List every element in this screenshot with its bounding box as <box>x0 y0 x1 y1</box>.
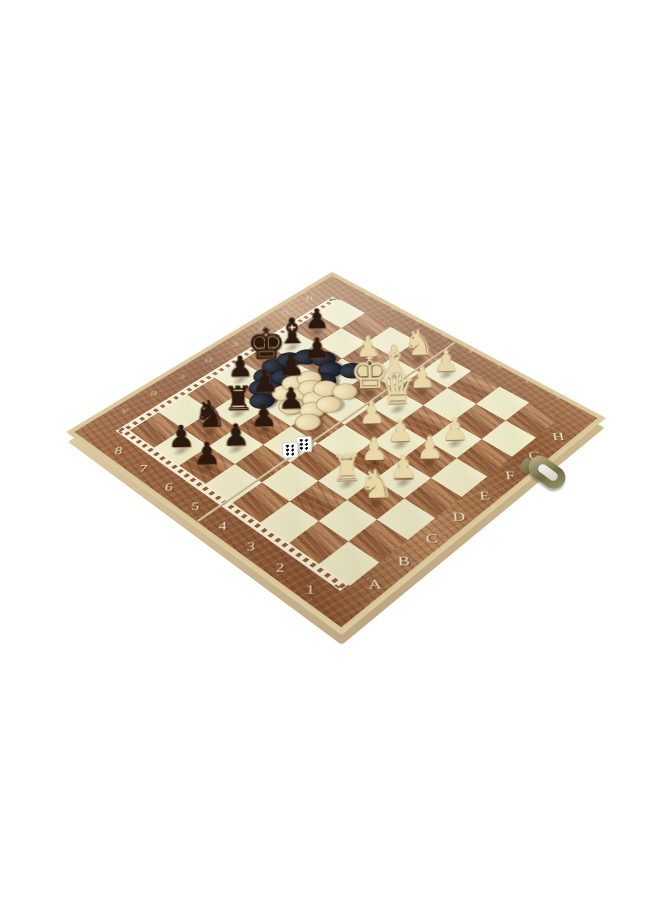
piece-light-pawn-e3: ♟ <box>386 415 414 446</box>
product-photo-stage: AABBCCDDEEFFGGHH1122334455667788 ♟♚♝♟♟♞♜… <box>0 0 660 900</box>
file-label-mirror-e: E <box>232 341 239 347</box>
rank-label-mirror-2: 2 <box>525 378 532 385</box>
piece-dark-pawn-a6: ♟ <box>193 438 222 470</box>
rank-label-mirror-1: 1 <box>554 393 561 400</box>
rank-label-mirror-6: 6 <box>415 319 421 325</box>
piece-light-pawn-f2: ♟ <box>441 413 469 444</box>
file-label-mirror-g: G <box>282 310 289 316</box>
piece-light-pawn-e4: ♟ <box>358 398 386 429</box>
chess-board-scene: AABBCCDDEEFFGGHH1122334455667788 ♟♚♝♟♟♞♜… <box>140 229 532 621</box>
file-label-mirror-c: C <box>178 373 186 380</box>
rank-label-mirror-7: 7 <box>389 305 394 311</box>
file-label-mirror-d: D <box>205 357 213 364</box>
brass-clasp <box>521 453 573 499</box>
file-label-mirror-h: H <box>306 296 313 302</box>
piece-dark-pawn-b6: ♟ <box>222 419 250 450</box>
piece-light-knight-c2: ♞ <box>358 464 395 504</box>
piece-dark-pawn-c6: ♟ <box>250 401 278 432</box>
file-label-mirror-a: A <box>121 407 130 414</box>
rank-label-mirror-5: 5 <box>441 333 447 339</box>
rank-label-mirror-4: 4 <box>468 347 474 353</box>
rank-label-mirror-8: 8 <box>364 292 369 298</box>
file-label-mirror-f: F <box>258 325 264 331</box>
piece-light-pawn-e2: ♟ <box>415 432 444 464</box>
file-label-mirror-b: B <box>150 390 158 397</box>
piece-dark-pawn-a7: ♟ <box>167 421 195 452</box>
rank-label-mirror-3: 3 <box>496 362 502 369</box>
